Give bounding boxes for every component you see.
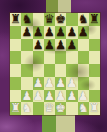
background-column-bottom bbox=[42, 115, 75, 132]
piece: ♟ bbox=[55, 77, 66, 90]
square-c3[interactable]: ♟ bbox=[33, 77, 44, 90]
piece: ♟ bbox=[44, 26, 55, 39]
piece: ♟ bbox=[78, 26, 89, 39]
piece bbox=[10, 77, 21, 90]
square-b7[interactable]: ♟ bbox=[21, 26, 32, 39]
square-g1[interactable]: ♞ bbox=[78, 102, 89, 115]
piece: ♟ bbox=[55, 26, 66, 39]
square-b5[interactable] bbox=[21, 51, 32, 64]
piece: ♟ bbox=[44, 77, 55, 90]
piece: ♟ bbox=[21, 26, 32, 39]
column-khaki-band bbox=[56, 115, 75, 132]
piece bbox=[21, 39, 32, 52]
square-a1[interactable]: ♜ bbox=[10, 102, 21, 115]
piece: ♟ bbox=[33, 77, 44, 90]
square-h5[interactable] bbox=[89, 51, 100, 64]
square-e7[interactable]: ♟ bbox=[55, 26, 66, 39]
square-g5[interactable] bbox=[78, 51, 89, 64]
piece bbox=[66, 102, 77, 115]
square-a6[interactable] bbox=[10, 39, 21, 52]
piece: ♞ bbox=[21, 102, 32, 115]
piece bbox=[89, 77, 100, 90]
piece bbox=[44, 51, 55, 64]
piece: ♟ bbox=[66, 90, 77, 103]
square-g3[interactable] bbox=[78, 77, 89, 90]
square-c5[interactable] bbox=[33, 51, 44, 64]
square-h3[interactable] bbox=[89, 77, 100, 90]
square-d5[interactable] bbox=[44, 51, 55, 64]
piece: ♜ bbox=[89, 102, 100, 115]
square-e8[interactable]: ♚ bbox=[55, 13, 66, 26]
square-h6[interactable] bbox=[89, 39, 100, 52]
piece: ♜ bbox=[89, 13, 100, 26]
square-d7[interactable]: ♟ bbox=[44, 26, 55, 39]
square-f4[interactable] bbox=[66, 64, 77, 77]
square-h4[interactable] bbox=[89, 64, 100, 77]
square-a5[interactable] bbox=[10, 51, 21, 64]
piece: ♟ bbox=[33, 26, 44, 39]
piece: ♟ bbox=[55, 39, 66, 52]
piece: ♜ bbox=[10, 13, 21, 26]
piece bbox=[78, 39, 89, 52]
piece: ♟ bbox=[33, 90, 44, 103]
piece: ♚ bbox=[55, 102, 66, 115]
piece bbox=[66, 64, 77, 77]
square-h7[interactable] bbox=[89, 26, 100, 39]
piece bbox=[33, 64, 44, 77]
square-g4[interactable] bbox=[78, 64, 89, 77]
piece bbox=[89, 26, 100, 39]
piece bbox=[89, 39, 100, 52]
square-b8[interactable]: ♞ bbox=[21, 13, 32, 26]
square-a7[interactable] bbox=[10, 26, 21, 39]
piece: ♚ bbox=[55, 13, 66, 26]
square-d3[interactable]: ♟ bbox=[44, 77, 55, 90]
square-b1[interactable]: ♞ bbox=[21, 102, 32, 115]
piece: ♞ bbox=[78, 13, 89, 26]
square-a8[interactable]: ♜ bbox=[10, 13, 21, 26]
piece: ♛ bbox=[44, 13, 55, 26]
square-e3[interactable]: ♟ bbox=[55, 77, 66, 90]
piece bbox=[78, 77, 89, 90]
square-c8[interactable] bbox=[33, 13, 44, 26]
piece: ♟ bbox=[66, 39, 77, 52]
piece bbox=[89, 51, 100, 64]
square-b3[interactable] bbox=[21, 77, 32, 90]
square-d6[interactable]: ♟ bbox=[44, 39, 55, 52]
piece bbox=[89, 64, 100, 77]
piece bbox=[66, 51, 77, 64]
piece bbox=[33, 102, 44, 115]
piece: ♟ bbox=[66, 26, 77, 39]
piece: ♛ bbox=[44, 102, 55, 115]
piece bbox=[21, 77, 32, 90]
square-c7[interactable]: ♟ bbox=[33, 26, 44, 39]
square-h8[interactable]: ♜ bbox=[89, 13, 100, 26]
square-c1[interactable] bbox=[33, 102, 44, 115]
piece bbox=[33, 13, 44, 26]
column-green-band bbox=[42, 115, 56, 132]
piece bbox=[33, 51, 44, 64]
square-f3[interactable]: ♟ bbox=[66, 77, 77, 90]
game-window: ♜ ♞ ♛ ♚ ♞ ♜ ♟ ♟ ♟ ♟ ♟ ♟ ♟ ♟ ♟ ♟ bbox=[0, 0, 107, 132]
square-a4[interactable] bbox=[10, 64, 21, 77]
square-g7[interactable]: ♟ bbox=[78, 26, 89, 39]
square-e1[interactable]: ♚ bbox=[55, 102, 66, 115]
square-f8[interactable] bbox=[66, 13, 77, 26]
piece: ♟ bbox=[44, 39, 55, 52]
square-f6[interactable]: ♟ bbox=[66, 39, 77, 52]
piece bbox=[78, 51, 89, 64]
piece bbox=[21, 64, 32, 77]
square-b4[interactable] bbox=[21, 64, 32, 77]
piece bbox=[21, 51, 32, 64]
square-e4[interactable] bbox=[55, 64, 66, 77]
piece bbox=[10, 51, 21, 64]
square-f2[interactable]: ♟ bbox=[66, 90, 77, 103]
square-f5[interactable] bbox=[66, 51, 77, 64]
square-d4[interactable] bbox=[44, 64, 55, 77]
piece bbox=[78, 64, 89, 77]
piece bbox=[10, 39, 21, 52]
piece bbox=[66, 13, 77, 26]
square-c2[interactable]: ♟ bbox=[33, 90, 44, 103]
piece bbox=[10, 26, 21, 39]
piece bbox=[44, 64, 55, 77]
square-c6[interactable]: ♟ bbox=[33, 39, 44, 52]
piece: ♞ bbox=[21, 13, 32, 26]
square-c4[interactable] bbox=[33, 64, 44, 77]
square-e5[interactable] bbox=[55, 51, 66, 64]
chess-board: ♜ ♞ ♛ ♚ ♞ ♜ ♟ ♟ ♟ ♟ ♟ ♟ ♟ ♟ ♟ ♟ bbox=[10, 13, 100, 115]
square-g8[interactable]: ♞ bbox=[78, 13, 89, 26]
piece bbox=[10, 64, 21, 77]
square-g6[interactable] bbox=[78, 39, 89, 52]
square-h1[interactable]: ♜ bbox=[89, 102, 100, 115]
square-f7[interactable]: ♟ bbox=[66, 26, 77, 39]
piece: ♞ bbox=[78, 102, 89, 115]
piece: ♟ bbox=[33, 39, 44, 52]
piece: ♜ bbox=[10, 102, 21, 115]
square-d1[interactable]: ♛ bbox=[44, 102, 55, 115]
square-f1[interactable] bbox=[66, 102, 77, 115]
square-d8[interactable]: ♛ bbox=[44, 13, 55, 26]
square-b6[interactable] bbox=[21, 39, 32, 52]
piece bbox=[55, 51, 66, 64]
piece bbox=[55, 64, 66, 77]
square-a3[interactable] bbox=[10, 77, 21, 90]
square-e6[interactable]: ♟ bbox=[55, 39, 66, 52]
piece: ♟ bbox=[66, 77, 77, 90]
